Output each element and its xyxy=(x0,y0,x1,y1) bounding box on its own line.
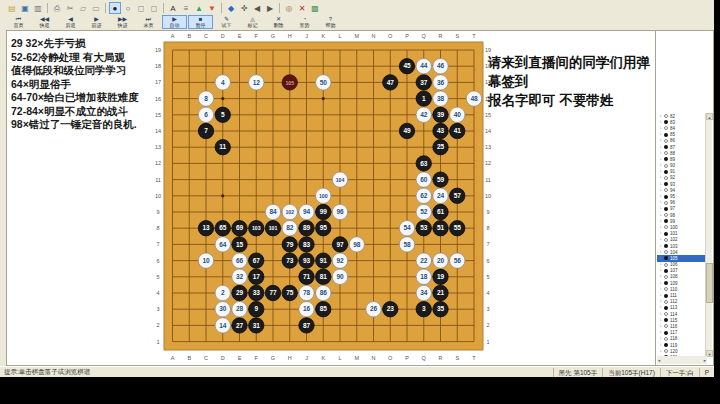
nav-button-label: 帮助 xyxy=(326,22,336,28)
stone-91-K6[interactable]: 91 xyxy=(316,253,331,268)
stone-92-L6[interactable]: 92 xyxy=(332,253,347,268)
stone-number: 73 xyxy=(286,257,294,264)
black-stone-icon xyxy=(664,343,668,347)
main-toolbar: ▤▣▥⎙✂▱▭●○◻◻A≡▲▼◆✜◀▶◎✕▩ xyxy=(2,1,712,15)
right-black-edge xyxy=(714,0,720,404)
stone-number: 42 xyxy=(420,111,428,118)
coord-letter-bottom: F xyxy=(255,355,259,361)
white-stone-icon xyxy=(664,337,668,341)
move-number: 92 xyxy=(670,175,675,180)
move-number: 112 xyxy=(670,299,677,304)
white-stone-icon xyxy=(664,324,668,328)
stone-17-F5[interactable]: 17 xyxy=(249,269,264,284)
stone-100-K10[interactable]: 100 xyxy=(316,188,331,203)
coord-number-left: 7 xyxy=(156,241,159,247)
coord-number-left: 6 xyxy=(156,258,159,264)
toolbar-icon-20[interactable]: ✕ xyxy=(296,2,308,14)
nav-button-label: 快退 xyxy=(40,22,50,28)
black-stone-icon xyxy=(664,133,668,137)
nav-button-后退[interactable]: ◀后退 xyxy=(58,15,83,29)
stone-96-L9[interactable]: 96 xyxy=(332,204,347,219)
toolbar-icon-7[interactable]: ● xyxy=(109,2,121,14)
move-number: 99 xyxy=(670,219,675,224)
stone-number: 50 xyxy=(320,79,328,86)
stone-53-Q8[interactable]: 53 xyxy=(416,221,431,236)
coord-number-right: 15 xyxy=(485,112,491,118)
toolbar-icon-17[interactable]: ◀ xyxy=(251,2,263,14)
coord-number-right: 3 xyxy=(486,306,489,312)
stone-90-L5[interactable]: 90 xyxy=(332,269,347,284)
stone-60-Q11[interactable]: 60 xyxy=(416,172,431,187)
stone-number: 37 xyxy=(420,79,428,86)
move-number: 85 xyxy=(670,132,675,137)
nav-button-首页[interactable]: ⏮首页 xyxy=(6,15,31,29)
stone-79-H7[interactable]: 79 xyxy=(282,237,297,252)
coord-number-right: 10 xyxy=(485,193,491,199)
stone-number: 104 xyxy=(336,177,345,183)
stone-12-F17[interactable]: 12 xyxy=(249,75,264,90)
stone-number: 30 xyxy=(219,305,227,312)
stone-number: 43 xyxy=(437,127,445,134)
white-stone-icon xyxy=(664,225,668,229)
goban[interactable]: AABBCCDDEEFFGGHHJJKKLLMMNNOOPPQQRRSSTT11… xyxy=(7,31,656,367)
stone-22-Q6[interactable]: 22 xyxy=(416,253,431,268)
nav-button-label: 自动 xyxy=(170,22,180,28)
coord-number-right: 13 xyxy=(485,144,491,150)
stone-98-M7[interactable]: 98 xyxy=(349,237,364,252)
stone-number: 82 xyxy=(286,224,294,231)
nav-button-label: 标记 xyxy=(248,22,258,28)
stone-number: 18 xyxy=(420,273,428,280)
move-number: 98 xyxy=(670,213,675,218)
stone-3-Q3[interactable]: 3 xyxy=(416,302,431,317)
toolbar-icon-15[interactable]: ◆ xyxy=(225,2,237,14)
coord-number-right: 18 xyxy=(485,63,491,69)
coord-letter-top: P xyxy=(405,33,409,39)
stone-5-D15[interactable]: 5 xyxy=(215,107,230,122)
move-number: 100 xyxy=(670,225,678,230)
stone-number: 52 xyxy=(420,208,428,215)
nav-button-末页[interactable]: ⏭末页 xyxy=(136,15,161,29)
move-number: 107 xyxy=(670,268,678,273)
stone-number: 64 xyxy=(219,241,227,248)
stone-61-R9[interactable]: 61 xyxy=(433,204,448,219)
stone-31-F2[interactable]: 31 xyxy=(249,318,264,333)
stone-32-E5[interactable]: 32 xyxy=(232,269,247,284)
toolbar-icon-16[interactable]: ✜ xyxy=(238,2,250,14)
stone-56-S6[interactable]: 56 xyxy=(450,253,465,268)
black-stone-icon xyxy=(664,281,668,285)
toolbar-icon-9[interactable]: ◻ xyxy=(135,2,147,14)
stone-number: 4 xyxy=(221,79,225,86)
coord-number-left: 19 xyxy=(155,47,161,53)
stone-number: 31 xyxy=(253,322,261,329)
stone-26-N3[interactable]: 26 xyxy=(366,302,381,317)
coord-number-right: 6 xyxy=(486,258,489,264)
stone-102-H9[interactable]: 102 xyxy=(282,204,297,219)
coord-letter-top: S xyxy=(455,33,459,39)
stone-28-E3[interactable]: 28 xyxy=(232,302,247,317)
toolbar-icon-12[interactable]: ≡ xyxy=(180,2,192,14)
stone-75-H4[interactable]: 75 xyxy=(282,285,297,300)
nav-button-形势[interactable]: ◔形势 xyxy=(292,15,317,29)
stone-73-H6[interactable]: 73 xyxy=(282,253,297,268)
toolbar-icon-3[interactable]: ⎙ xyxy=(51,2,63,14)
toolbar-separator xyxy=(47,3,48,13)
stone-number: 65 xyxy=(219,224,227,231)
coord-number-left: 3 xyxy=(156,306,159,312)
stone-42-Q15[interactable]: 42 xyxy=(416,107,431,122)
stone-84-G9[interactable]: 84 xyxy=(265,204,280,219)
coord-letter-top: T xyxy=(472,33,476,39)
star-point xyxy=(221,97,224,100)
scroll-left-icon[interactable]: ◄ xyxy=(657,358,661,363)
coord-number-left: 4 xyxy=(156,290,159,296)
toolbar-icon-10[interactable]: ◻ xyxy=(148,2,160,14)
stone-number: 85 xyxy=(320,305,328,312)
coord-number-left: 10 xyxy=(155,193,161,199)
stone-67-F6[interactable]: 67 xyxy=(249,253,264,268)
stone-25-R13[interactable]: 25 xyxy=(433,140,448,155)
scroll-down-icon[interactable]: ▼ xyxy=(706,350,713,357)
stone-number: 53 xyxy=(420,224,428,231)
black-stone-icon xyxy=(664,294,668,298)
move-number: 89 xyxy=(670,157,675,162)
stone-number: 28 xyxy=(236,305,244,312)
white-stone-icon xyxy=(664,201,668,205)
black-stone-icon xyxy=(664,331,668,335)
white-stone-icon xyxy=(664,176,668,180)
move-list[interactable]: └82└83└84└85└86└87└88└89└90└91└92└93└94└… xyxy=(657,113,707,357)
coord-number-left: 15 xyxy=(155,112,161,118)
stone-47-O17[interactable]: 47 xyxy=(383,75,398,90)
black-stone-icon xyxy=(664,256,668,260)
move-list-scrollbar[interactable]: ▲ ▼ xyxy=(705,113,712,357)
toolbar-icon-21[interactable]: ▩ xyxy=(309,2,321,14)
stone-15-E7[interactable]: 15 xyxy=(232,237,247,252)
stone-number: 10 xyxy=(202,257,210,264)
stone-48-T16[interactable]: 48 xyxy=(466,91,481,106)
stone-21-R4[interactable]: 21 xyxy=(433,285,448,300)
stone-93-J6[interactable]: 93 xyxy=(299,253,314,268)
stone-number: 93 xyxy=(303,257,311,264)
stone-number: 24 xyxy=(437,192,445,199)
move-number: 115 xyxy=(670,318,677,323)
toolbar-icon-4[interactable]: ✂ xyxy=(64,2,76,14)
stone-number: 39 xyxy=(437,111,445,118)
stone-66-E6[interactable]: 66 xyxy=(232,253,247,268)
nav-button-自动[interactable]: ▶自动 xyxy=(162,15,187,29)
stone-number: 17 xyxy=(253,273,261,280)
nav-button-label: 试下 xyxy=(222,22,232,28)
status-next-player: 下一手:白 xyxy=(660,368,699,377)
board-canvas[interactable]: 29 32×先手亏损52-62冷静处理 有大局观值得低段和级位同学学习64×明显… xyxy=(6,30,655,366)
stone-number: 44 xyxy=(420,62,428,69)
stone-51-R8[interactable]: 51 xyxy=(433,221,448,236)
stone-number: 8 xyxy=(204,95,208,102)
nav-button-帮助[interactable]: ?帮助 xyxy=(318,15,343,29)
stone-number: 81 xyxy=(320,273,328,280)
move-number: 108 xyxy=(670,274,678,279)
toolbar-icon-14[interactable]: ▼ xyxy=(206,2,218,14)
stone-38-R16[interactable]: 38 xyxy=(433,91,448,106)
move-number: 102 xyxy=(670,237,678,242)
coord-number-right: 2 xyxy=(486,322,489,328)
stone-64-D7[interactable]: 64 xyxy=(215,237,230,252)
coord-number-right: 11 xyxy=(485,177,491,183)
stone-number: 61 xyxy=(437,208,445,215)
toolbar-icon-8[interactable]: ○ xyxy=(122,2,134,14)
toolbar-icon-1[interactable]: ▣ xyxy=(19,2,31,14)
stone-105-H17[interactable]: 105 xyxy=(282,75,297,90)
stone-57-S10[interactable]: 57 xyxy=(450,188,465,203)
stone-58-P7[interactable]: 58 xyxy=(399,237,414,252)
move-tree-panel: └82└83└84└85└86└87└88└89└90└91└92└93└94└… xyxy=(655,30,714,366)
white-stone-icon xyxy=(664,114,668,118)
move-number: 93 xyxy=(670,182,675,187)
coord-letter-top: H xyxy=(288,33,292,39)
coord-number-right: 17 xyxy=(485,79,491,85)
stone-number: 35 xyxy=(437,305,445,312)
stone-29-E4[interactable]: 29 xyxy=(232,285,247,300)
stone-44-Q18[interactable]: 44 xyxy=(416,59,431,74)
stone-78-J4[interactable]: 78 xyxy=(299,285,314,300)
white-stone-icon xyxy=(664,300,668,304)
stone-99-K9[interactable]: 99 xyxy=(316,204,331,219)
stone-62-Q10[interactable]: 62 xyxy=(416,188,431,203)
coord-letter-bottom: J xyxy=(305,355,308,361)
nav-button-前进[interactable]: ▶前进 xyxy=(84,15,109,29)
move-list-hscrollbar[interactable]: ◄ ► xyxy=(657,356,707,364)
stone-50-K17[interactable]: 50 xyxy=(316,75,331,90)
scrollbar-thumb[interactable] xyxy=(706,263,713,303)
stone-number: 78 xyxy=(303,289,311,296)
stone-13-C8[interactable]: 13 xyxy=(198,221,213,236)
stone-41-S14[interactable]: 41 xyxy=(450,123,465,138)
coord-number-left: 1 xyxy=(156,339,159,345)
stone-83-J7[interactable]: 83 xyxy=(299,237,314,252)
stone-103-F8[interactable]: 103 xyxy=(249,221,264,236)
stone-number: 11 xyxy=(219,143,226,150)
toolbar-icon-6[interactable]: ▭ xyxy=(90,2,102,14)
go-software-window: ▤▣▥⎙✂▱▭●○◻◻A≡▲▼◆✜◀▶◎✕▩ ⏮首页◀◀快退◀后退▶前进▶▶快进… xyxy=(0,0,714,377)
stone-55-S8[interactable]: 55 xyxy=(450,221,465,236)
stone-number: 94 xyxy=(303,208,311,215)
move-number: 84 xyxy=(670,126,675,131)
white-stone-icon xyxy=(664,238,668,242)
stone-number: 2 xyxy=(221,289,225,296)
nav-button-标记[interactable]: ◬标记 xyxy=(240,15,265,29)
stone-63-Q12[interactable]: 63 xyxy=(416,156,431,171)
stone-101-G8[interactable]: 101 xyxy=(265,221,280,236)
scroll-right-icon[interactable]: ► xyxy=(703,358,707,363)
stone-4-D17[interactable]: 4 xyxy=(215,75,230,90)
toolbar-icon-5[interactable]: ▱ xyxy=(77,2,89,14)
black-stone-icon xyxy=(664,232,668,236)
stone-69-E8[interactable]: 69 xyxy=(232,221,247,236)
white-stone-icon xyxy=(664,126,668,130)
coord-letter-top: E xyxy=(238,33,242,39)
stone-40-S15[interactable]: 40 xyxy=(450,107,465,122)
move-number: 95 xyxy=(670,194,675,199)
stone-59-R11[interactable]: 59 xyxy=(433,172,448,187)
toolbar-icon-19[interactable]: ◎ xyxy=(283,2,295,14)
stone-2-D4[interactable]: 2 xyxy=(215,285,230,300)
stone-number: 86 xyxy=(320,289,328,296)
stone-71-J5[interactable]: 71 xyxy=(299,269,314,284)
stone-16-J3[interactable]: 16 xyxy=(299,302,314,317)
stone-37-Q17[interactable]: 37 xyxy=(416,75,431,90)
white-stone-icon xyxy=(664,164,668,168)
stone-49-P14[interactable]: 49 xyxy=(399,123,414,138)
coord-letter-bottom: H xyxy=(288,355,292,361)
coord-number-left: 16 xyxy=(155,96,161,102)
stone-number: 60 xyxy=(420,176,428,183)
nav-button-快进[interactable]: ▶▶快进 xyxy=(110,15,135,29)
stone-number: 66 xyxy=(236,257,244,264)
nav-button-暂停[interactable]: ■暂停 xyxy=(188,15,213,29)
toolbar-icon-0[interactable]: ▤ xyxy=(6,2,18,14)
stone-104-L11[interactable]: 104 xyxy=(332,172,347,187)
stone-number: 33 xyxy=(253,289,261,296)
stone-number: 16 xyxy=(303,305,311,312)
coord-letter-bottom: R xyxy=(439,355,443,361)
move-number: 120 xyxy=(670,349,678,354)
navigation-toolbar: ⏮首页◀◀快退◀后退▶前进▶▶快进⏭末页▶自动■暂停✎试下◬标记✕删除◔形势?帮… xyxy=(2,15,712,30)
stone-39-R15[interactable]: 39 xyxy=(433,107,448,122)
toolbar-icon-2[interactable]: ▥ xyxy=(32,2,44,14)
move-number: 103 xyxy=(670,244,678,249)
stone-number: 84 xyxy=(269,208,277,215)
stone-20-R6[interactable]: 20 xyxy=(433,253,448,268)
stone-18-Q5[interactable]: 18 xyxy=(416,269,431,284)
stone-number: 7 xyxy=(204,127,208,134)
white-stone-icon xyxy=(664,188,668,192)
stone-34-Q4[interactable]: 34 xyxy=(416,285,431,300)
stone-6-C15[interactable]: 6 xyxy=(198,107,213,122)
stone-number: 101 xyxy=(269,225,278,231)
coord-number-right: 8 xyxy=(486,225,489,231)
stone-33-F4[interactable]: 33 xyxy=(249,285,264,300)
move-number: 101 xyxy=(670,231,678,236)
stone-46-R18[interactable]: 46 xyxy=(433,59,448,74)
nav-button-删除[interactable]: ✕删除 xyxy=(266,15,291,29)
nav-button-快退[interactable]: ◀◀快退 xyxy=(32,15,57,29)
stone-number: 12 xyxy=(253,79,261,86)
scroll-up-icon[interactable]: ▲ xyxy=(706,113,713,120)
stone-82-H8[interactable]: 82 xyxy=(282,221,297,236)
stone-23-O3[interactable]: 23 xyxy=(383,302,398,317)
stone-number: 89 xyxy=(303,224,311,231)
nav-button-试下[interactable]: ✎试下 xyxy=(214,15,239,29)
stone-81-K5[interactable]: 81 xyxy=(316,269,331,284)
stone-number: 91 xyxy=(320,257,328,264)
move-number: 105 xyxy=(670,256,678,261)
black-stone-icon xyxy=(664,207,668,211)
stone-number: 22 xyxy=(420,257,428,264)
stone-24-R10[interactable]: 24 xyxy=(433,188,448,203)
move-number: 119 xyxy=(670,343,677,348)
stone-54-P8[interactable]: 54 xyxy=(399,221,414,236)
coord-letter-top: N xyxy=(372,33,376,39)
coord-letter-bottom: N xyxy=(372,355,376,361)
stone-number: 77 xyxy=(269,289,277,296)
stone-19-R5[interactable]: 19 xyxy=(433,269,448,284)
coord-number-right: 5 xyxy=(486,274,489,280)
stone-52-Q9[interactable]: 52 xyxy=(416,204,431,219)
coord-number-left: 12 xyxy=(155,160,161,166)
stone-10-C6[interactable]: 10 xyxy=(198,253,213,268)
stone-number: 51 xyxy=(437,224,445,231)
stone-45-P18[interactable]: 45 xyxy=(399,59,414,74)
stone-number: 59 xyxy=(437,176,445,183)
stone-1-Q16[interactable]: 1 xyxy=(416,91,431,106)
stone-87-J2[interactable]: 87 xyxy=(299,318,314,333)
stone-number: 75 xyxy=(286,289,294,296)
stone-14-D2[interactable]: 14 xyxy=(215,318,230,333)
stone-94-J9[interactable]: 94 xyxy=(299,204,314,219)
white-stone-icon xyxy=(664,151,668,155)
stone-97-L7[interactable]: 97 xyxy=(332,237,347,252)
stone-11-D13[interactable]: 11 xyxy=(215,140,230,155)
move-number: 104 xyxy=(670,250,678,255)
stone-27-E2[interactable]: 27 xyxy=(232,318,247,333)
coord-letter-bottom: G xyxy=(271,355,275,361)
stone-86-K4[interactable]: 86 xyxy=(316,285,331,300)
white-stone-icon xyxy=(664,287,668,291)
stone-85-K3[interactable]: 85 xyxy=(316,302,331,317)
stone-8-C16[interactable]: 8 xyxy=(198,91,213,106)
stone-number: 49 xyxy=(403,127,411,134)
stone-number: 9 xyxy=(254,305,258,312)
stone-36-R17[interactable]: 36 xyxy=(433,75,448,90)
coord-number-right: 14 xyxy=(485,128,491,134)
stone-89-J8[interactable]: 89 xyxy=(299,221,314,236)
stone-35-R3[interactable]: 35 xyxy=(433,302,448,317)
stone-7-C14[interactable]: 7 xyxy=(198,123,213,138)
coord-number-right: 7 xyxy=(486,241,489,247)
stone-number: 38 xyxy=(437,95,445,102)
coord-letter-bottom: D xyxy=(221,355,225,361)
stone-number: 6 xyxy=(204,111,208,118)
stone-number: 67 xyxy=(253,257,261,264)
coord-letter-bottom: L xyxy=(338,355,341,361)
toolbar-icon-13[interactable]: ▲ xyxy=(193,2,205,14)
stone-number: 79 xyxy=(286,241,294,248)
stone-95-K8[interactable]: 95 xyxy=(316,221,331,236)
stone-9-F3[interactable]: 9 xyxy=(249,302,264,317)
stone-number: 71 xyxy=(303,273,311,280)
stone-43-R14[interactable]: 43 xyxy=(433,123,448,138)
toolbar-icon-11[interactable]: A xyxy=(167,2,179,14)
stone-number: 55 xyxy=(454,224,462,231)
coord-letter-top: G xyxy=(271,33,275,39)
stone-65-D8[interactable]: 65 xyxy=(215,221,230,236)
app-window: ▤▣▥⎙✂▱▭●○◻◻A≡▲▼◆✜◀▶◎✕▩ ⏮首页◀◀快退◀后退▶前进▶▶快进… xyxy=(0,0,720,404)
move-number: 94 xyxy=(670,188,675,193)
toolbar-icon-18[interactable]: ▶ xyxy=(264,2,276,14)
move-number: 116 xyxy=(670,324,677,329)
stone-30-D3[interactable]: 30 xyxy=(215,302,230,317)
coord-letter-top: O xyxy=(388,33,393,39)
stone-number: 69 xyxy=(236,224,244,231)
stone-number: 102 xyxy=(285,209,294,215)
white-stone-icon xyxy=(664,275,668,279)
stone-number: 26 xyxy=(370,305,378,312)
coord-letter-bottom: T xyxy=(472,355,476,361)
coord-letter-top: C xyxy=(204,33,208,39)
stone-77-G4[interactable]: 77 xyxy=(265,285,280,300)
